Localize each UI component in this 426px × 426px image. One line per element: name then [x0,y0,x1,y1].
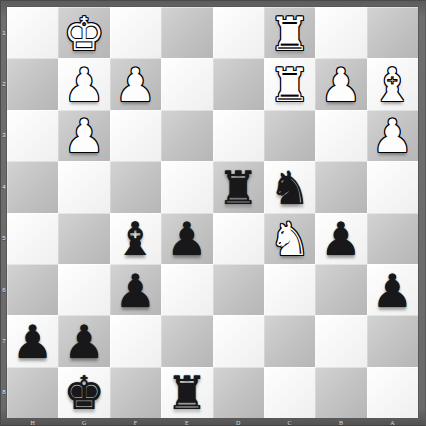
file-label-c: C [264,418,315,426]
chess-board: ♚♜♟♟♜♟♝♟♟♜♞♝♟♞♟♟♟♟♟♚♜ [7,7,418,418]
square-h1[interactable] [7,7,58,58]
file-label-g: G [58,418,109,426]
square-e5[interactable]: ♟ [161,213,212,264]
white-bishop-icon: ♝ [372,62,413,108]
square-d1[interactable] [213,7,264,58]
square-b3[interactable] [315,110,366,161]
square-d8[interactable] [213,367,264,418]
square-h3[interactable] [7,110,58,161]
square-g8[interactable]: ♚ [58,367,109,418]
square-c6[interactable] [264,264,315,315]
square-d6[interactable] [213,264,264,315]
white-pawn-icon: ♟ [63,113,104,159]
square-a1[interactable] [367,7,418,58]
square-c8[interactable] [264,367,315,418]
square-f4[interactable] [110,161,161,212]
board-frame: 12345678 ♚♜♟♟♜♟♝♟♟♜♞♝♟♞♟♟♟♟♟♚♜ HGFEDCBA [0,0,426,426]
square-f3[interactable] [110,110,161,161]
square-a5[interactable] [367,213,418,264]
square-g6[interactable] [58,264,109,315]
square-d5[interactable] [213,213,264,264]
black-pawn-icon: ♟ [12,319,53,365]
square-f1[interactable] [110,7,161,58]
square-a8[interactable] [367,367,418,418]
square-h7[interactable]: ♟ [7,315,58,366]
square-d7[interactable] [213,315,264,366]
square-e1[interactable] [161,7,212,58]
square-g2[interactable]: ♟ [58,58,109,109]
square-g5[interactable] [58,213,109,264]
black-king-icon: ♚ [63,370,104,416]
square-a7[interactable] [367,315,418,366]
square-a6[interactable]: ♟ [367,264,418,315]
white-pawn-icon: ♟ [320,62,361,108]
square-c7[interactable] [264,315,315,366]
file-label-a: A [367,418,418,426]
black-pawn-icon: ♟ [63,319,104,365]
square-d2[interactable] [213,58,264,109]
square-e2[interactable] [161,58,212,109]
white-rook-icon: ♜ [269,11,310,57]
white-pawn-icon: ♟ [115,62,156,108]
square-b7[interactable] [315,315,366,366]
square-h5[interactable] [7,213,58,264]
square-e4[interactable] [161,161,212,212]
square-e7[interactable] [161,315,212,366]
square-b1[interactable] [315,7,366,58]
white-king-icon: ♚ [63,11,104,57]
file-label-d: D [213,418,264,426]
square-f6[interactable]: ♟ [110,264,161,315]
square-c4[interactable]: ♞ [264,161,315,212]
black-pawn-icon: ♟ [372,268,413,314]
square-d3[interactable] [213,110,264,161]
black-pawn-icon: ♟ [320,216,361,262]
square-g4[interactable] [58,161,109,212]
square-h8[interactable] [7,367,58,418]
square-a3[interactable]: ♟ [367,110,418,161]
black-rook-icon: ♜ [218,165,259,211]
square-f5[interactable]: ♝ [110,213,161,264]
square-e8[interactable]: ♜ [161,367,212,418]
square-b8[interactable] [315,367,366,418]
square-c3[interactable] [264,110,315,161]
square-b5[interactable]: ♟ [315,213,366,264]
black-rook-icon: ♜ [166,370,207,416]
square-b6[interactable] [315,264,366,315]
square-c1[interactable]: ♜ [264,7,315,58]
square-c2[interactable]: ♜ [264,58,315,109]
file-labels: HGFEDCBA [7,418,418,426]
white-pawn-icon: ♟ [372,113,413,159]
black-bishop-icon: ♝ [115,216,156,262]
square-b4[interactable] [315,161,366,212]
white-rook-icon: ♜ [269,62,310,108]
white-knight-icon: ♞ [269,216,310,262]
black-pawn-icon: ♟ [166,216,207,262]
square-d4[interactable]: ♜ [213,161,264,212]
black-pawn-icon: ♟ [115,268,156,314]
square-a2[interactable]: ♝ [367,58,418,109]
square-c5[interactable]: ♞ [264,213,315,264]
square-f2[interactable]: ♟ [110,58,161,109]
square-h6[interactable] [7,264,58,315]
square-f7[interactable] [110,315,161,366]
black-knight-icon: ♞ [269,165,310,211]
file-label-h: H [7,418,58,426]
square-g7[interactable]: ♟ [58,315,109,366]
white-pawn-icon: ♟ [63,62,104,108]
square-f8[interactable] [110,367,161,418]
square-b2[interactable]: ♟ [315,58,366,109]
square-e3[interactable] [161,110,212,161]
square-a4[interactable] [367,161,418,212]
square-g1[interactable]: ♚ [58,7,109,58]
square-h4[interactable] [7,161,58,212]
square-g3[interactable]: ♟ [58,110,109,161]
file-label-e: E [161,418,212,426]
file-label-f: F [110,418,161,426]
file-label-b: B [315,418,366,426]
square-h2[interactable] [7,58,58,109]
square-e6[interactable] [161,264,212,315]
